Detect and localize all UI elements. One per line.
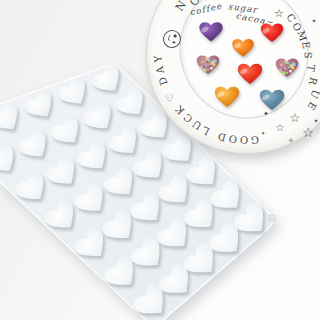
glitter-speck-dark	[203, 66, 205, 68]
glitter-speck	[206, 57, 209, 60]
glitter-speck-dark	[288, 68, 290, 70]
candy-body	[276, 59, 298, 78]
rim-text-letter: O	[228, 133, 238, 145]
star-doodle: ✦	[261, 130, 265, 136]
smiley-eye	[173, 41, 176, 44]
smiley-eye	[174, 35, 177, 38]
candy-heart-golden	[205, 75, 249, 119]
glitter-speck	[213, 64, 216, 67]
glitter-speck	[201, 61, 203, 63]
rim-text-letter: G	[251, 134, 260, 146]
glitter-speck	[285, 60, 288, 63]
glitter-speck	[207, 69, 209, 71]
glitter-speck	[286, 72, 288, 74]
glitter-speck-dark	[282, 69, 284, 71]
glitter-speck	[213, 59, 217, 63]
glitter-speck	[284, 68, 286, 70]
candy-body	[197, 56, 219, 75]
candy-heart-slate-blue	[250, 78, 294, 122]
glitter-speck-dark	[286, 64, 288, 66]
glitter-speck-dark	[209, 65, 211, 67]
glitter-speck	[203, 68, 207, 72]
glitter-speck	[205, 65, 207, 67]
glitter-speck-dark	[207, 61, 209, 63]
glitter-speck	[280, 64, 282, 66]
glitter-speck	[288, 67, 290, 69]
star-doodle: ✦	[311, 17, 316, 24]
glitter-speck	[292, 62, 296, 66]
glitter-speck	[282, 71, 286, 75]
product-photo-scene: GOODLUCK♡DAYNOCOMESTRUEcoffeesugarcacoa~…	[0, 0, 320, 320]
star-doodle: ☆	[276, 122, 285, 133]
rim-text-letter: O	[240, 134, 248, 145]
star-doodle: ☆	[302, 125, 314, 140]
glitter-speck	[292, 67, 295, 70]
glitter-speck	[209, 64, 211, 66]
star-doodle: ✧	[288, 137, 294, 145]
mold-hanging-hole	[269, 215, 275, 221]
star-doodle: ✦	[313, 117, 318, 124]
